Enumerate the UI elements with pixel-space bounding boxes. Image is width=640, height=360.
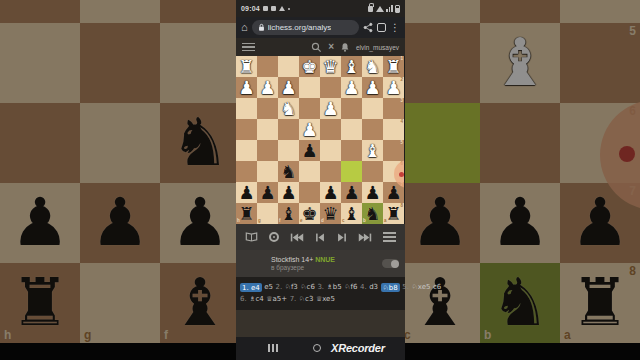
- piece-bP: ♟: [362, 182, 383, 203]
- skip-last-icon[interactable]: [358, 232, 372, 243]
- move[interactable]: ♗c4: [249, 295, 264, 303]
- notification-square-icon: [271, 6, 276, 11]
- engine-toggle[interactable]: [382, 259, 399, 268]
- next-move-icon[interactable]: [337, 232, 347, 243]
- piece-bP: ♟: [278, 182, 299, 203]
- square-c8[interactable]: ♝c: [341, 203, 362, 224]
- home-icon[interactable]: ⌂: [241, 22, 248, 33]
- engine-name: Stockfish 14+ NNUE: [271, 256, 335, 263]
- touch-dot: [399, 172, 404, 177]
- move[interactable]: ♕xe5: [316, 295, 335, 303]
- file-label: h: [237, 219, 240, 224]
- square-h4[interactable]: [236, 119, 257, 140]
- piece-bP: ♟: [341, 182, 362, 203]
- piece-wN: ♞: [278, 98, 299, 119]
- piece-wP: ♟: [362, 77, 383, 98]
- rank-label: 4: [400, 120, 403, 125]
- piece-bP: ♟: [320, 182, 341, 203]
- square-g6[interactable]: [257, 161, 278, 182]
- analysis-controls: [236, 224, 405, 250]
- move-list: 1. e4e52.♘f3♘c63.♗b5♘f64.d3♘b85.♘xe5c66.…: [236, 277, 405, 310]
- status-bar: 09:04: [236, 0, 405, 17]
- square-e8[interactable]: ♚e: [299, 203, 320, 224]
- square-f7[interactable]: ♟: [278, 182, 299, 203]
- square-e6[interactable]: [299, 161, 320, 182]
- move[interactable]: ♘c3: [299, 295, 314, 303]
- piece-bN: ♞: [278, 161, 299, 182]
- opening-book-icon[interactable]: [245, 231, 258, 243]
- lichess-header: × elvin_musayev: [236, 38, 405, 56]
- square-g2[interactable]: ♟: [257, 77, 278, 98]
- browser-url-bar: ⌂ lichess.org/analys ⋮: [236, 17, 405, 38]
- move-number: 3.: [317, 283, 324, 291]
- piece-wQ: ♛: [320, 56, 341, 77]
- move-line: 6.♗c4♕a5+7.♘c3♕xe5: [240, 293, 401, 305]
- file-label: d: [321, 219, 324, 224]
- piece-wP: ♟: [236, 77, 257, 98]
- move[interactable]: ♘c6: [300, 283, 315, 291]
- file-label: b: [363, 219, 366, 224]
- piece-bP: ♟: [236, 182, 257, 203]
- square-d3[interactable]: ♟: [320, 98, 341, 119]
- move[interactable]: ♘f6: [344, 283, 357, 291]
- dot-icon: [288, 8, 290, 10]
- square-h5[interactable]: [236, 140, 257, 161]
- recents-button-icon[interactable]: [268, 344, 278, 352]
- square-g3[interactable]: [257, 98, 278, 119]
- square-g4[interactable]: [257, 119, 278, 140]
- square-c7[interactable]: ♟: [341, 182, 362, 203]
- square-b7[interactable]: ♟: [362, 182, 383, 203]
- android-nav-bar: XRecorder: [236, 337, 405, 360]
- rank-label: 2: [400, 78, 403, 83]
- piece-wP: ♟: [341, 77, 362, 98]
- move-line: 1. e4e52.♘f3♘c63.♗b5♘f64.d3♘b85.♘xe5c6: [240, 281, 401, 293]
- move-number: 5.: [402, 283, 409, 291]
- status-right-icons: [368, 5, 400, 13]
- square-e1[interactable]: ♚: [299, 56, 320, 77]
- square-a5[interactable]: 5: [383, 140, 404, 161]
- close-icon[interactable]: ×: [328, 42, 334, 52]
- square-d7[interactable]: ♟: [320, 182, 341, 203]
- tabs-icon[interactable]: [377, 23, 386, 32]
- square-c2[interactable]: ♟: [341, 77, 362, 98]
- search-icon[interactable]: [311, 42, 322, 53]
- clock: 09:04: [241, 5, 260, 12]
- square-f1[interactable]: [278, 56, 299, 77]
- url-field[interactable]: lichess.org/analys: [252, 20, 359, 35]
- square-f4[interactable]: [278, 119, 299, 140]
- square-b3[interactable]: [362, 98, 383, 119]
- square-e5[interactable]: ♟: [299, 140, 320, 161]
- square-h6[interactable]: [236, 161, 257, 182]
- piece-wR: ♜: [236, 56, 257, 77]
- move-number: 6.: [240, 295, 247, 303]
- nnue-badge: NNUE: [315, 256, 335, 263]
- square-a2[interactable]: ♟2: [383, 77, 404, 98]
- piece-wP: ♟: [299, 119, 320, 140]
- move[interactable]: 1. e4: [240, 283, 262, 292]
- lock-icon: [368, 6, 373, 12]
- file-label: e: [300, 219, 303, 224]
- username[interactable]: elvin_musayev: [356, 44, 399, 51]
- move[interactable]: ♗b5: [327, 283, 342, 291]
- square-h3[interactable]: [236, 98, 257, 119]
- square-a8[interactable]: ♜a8: [383, 203, 404, 224]
- rank-label: 1: [400, 57, 403, 62]
- square-a1[interactable]: ♜1: [383, 56, 404, 77]
- rank-label: 5: [400, 141, 403, 146]
- square-a3[interactable]: 3: [383, 98, 404, 119]
- rank-label: 8: [400, 204, 403, 209]
- toggle-knob: [391, 260, 399, 268]
- engine-subtitle: в браузере: [271, 264, 335, 271]
- wifi-icon: [376, 6, 384, 12]
- square-c5[interactable]: [341, 140, 362, 161]
- share-icon[interactable]: [363, 22, 373, 33]
- square-f5[interactable]: [278, 140, 299, 161]
- square-f3[interactable]: ♞: [278, 98, 299, 119]
- settings-ring-icon[interactable]: [269, 232, 279, 242]
- move[interactable]: ♘b8: [381, 283, 400, 292]
- piece-wK: ♚: [299, 56, 320, 77]
- prev-move-icon[interactable]: [315, 232, 325, 243]
- square-b8[interactable]: ♞b: [362, 203, 383, 224]
- square-d8[interactable]: ♛d: [320, 203, 341, 224]
- square-g5[interactable]: [257, 140, 278, 161]
- piece-wP: ♟: [257, 77, 278, 98]
- notification-square-icon: [263, 6, 268, 11]
- square-d2[interactable]: [320, 77, 341, 98]
- move-number: 4.: [360, 283, 367, 291]
- square-b1[interactable]: ♞: [362, 56, 383, 77]
- square-e7[interactable]: [299, 182, 320, 203]
- square-d6[interactable]: [320, 161, 341, 182]
- piece-bP: ♟: [257, 182, 278, 203]
- piece-wB: ♝: [341, 56, 362, 77]
- square-e4[interactable]: ♟: [299, 119, 320, 140]
- square-f8[interactable]: ♝f: [278, 203, 299, 224]
- piece-wP: ♟: [278, 77, 299, 98]
- move[interactable]: c6: [433, 283, 441, 291]
- square-c6[interactable]: [341, 161, 362, 182]
- chess-board: ♜♚♛♝♞♜1♟♟♟♟♟♟2♞♟3♟4♟♝5♞6♟♟♟♟♟♟♟7♜hg♝f♚e♛…: [236, 56, 404, 224]
- square-b2[interactable]: ♟: [362, 77, 383, 98]
- engine-panel: Stockfish 14+ NNUE в браузере: [236, 250, 405, 277]
- square-c3[interactable]: [341, 98, 362, 119]
- square-e3[interactable]: [299, 98, 320, 119]
- menu-icon[interactable]: ⋮: [390, 23, 400, 33]
- move-number: 2.: [275, 283, 282, 291]
- xrecorder-watermark: XRecorder: [331, 342, 385, 354]
- url-text: lichess.org/analys: [268, 23, 332, 32]
- file-label: f: [279, 219, 281, 224]
- square-g8[interactable]: g: [257, 203, 278, 224]
- square-f2[interactable]: ♟: [278, 77, 299, 98]
- piece-wB: ♝: [362, 140, 383, 161]
- move[interactable]: e5: [264, 283, 273, 291]
- rank-label: 3: [400, 99, 403, 104]
- battery-icon: [395, 5, 400, 13]
- square-d4[interactable]: [320, 119, 341, 140]
- piece-wN: ♞: [362, 56, 383, 77]
- square-e2[interactable]: [299, 77, 320, 98]
- square-h7[interactable]: ♟: [236, 182, 257, 203]
- notification-triangle-icon: [279, 6, 285, 11]
- square-a4[interactable]: 4: [383, 119, 404, 140]
- square-b6[interactable]: [362, 161, 383, 182]
- hamburger-icon[interactable]: [242, 41, 255, 54]
- square-b4[interactable]: [362, 119, 383, 140]
- file-label: a: [384, 219, 387, 224]
- square-c1[interactable]: ♝: [341, 56, 362, 77]
- square-h1[interactable]: ♜: [236, 56, 257, 77]
- square-h2[interactable]: ♟: [236, 77, 257, 98]
- skip-first-icon[interactable]: [290, 232, 304, 243]
- file-label: c: [342, 219, 345, 224]
- square-h8[interactable]: ♜h: [236, 203, 257, 224]
- bell-icon[interactable]: [340, 42, 350, 53]
- page-background: [236, 310, 405, 337]
- move[interactable]: ♘f3: [285, 283, 298, 291]
- square-b5[interactable]: ♝: [362, 140, 383, 161]
- square-f6[interactable]: ♞: [278, 161, 299, 182]
- move[interactable]: d3: [369, 283, 378, 291]
- piece-wP: ♟: [320, 98, 341, 119]
- square-g1[interactable]: [257, 56, 278, 77]
- square-g7[interactable]: ♟: [257, 182, 278, 203]
- move[interactable]: ♘xe5: [411, 283, 430, 291]
- file-label: g: [258, 219, 261, 224]
- move-number: 7.: [290, 295, 297, 303]
- piece-bB: ♝: [278, 203, 299, 224]
- piece-bP: ♟: [299, 140, 320, 161]
- square-d1[interactable]: ♛: [320, 56, 341, 77]
- phone-screen: 09:04 ⌂ lichess.org/analys ⋮: [236, 0, 405, 360]
- home-button-icon[interactable]: [313, 344, 321, 352]
- square-c4[interactable]: [341, 119, 362, 140]
- signal-icon: [386, 5, 393, 12]
- square-d5[interactable]: [320, 140, 341, 161]
- menu-icon[interactable]: [383, 230, 396, 244]
- lock-icon: [258, 23, 265, 32]
- move[interactable]: ♕a5+: [266, 295, 287, 303]
